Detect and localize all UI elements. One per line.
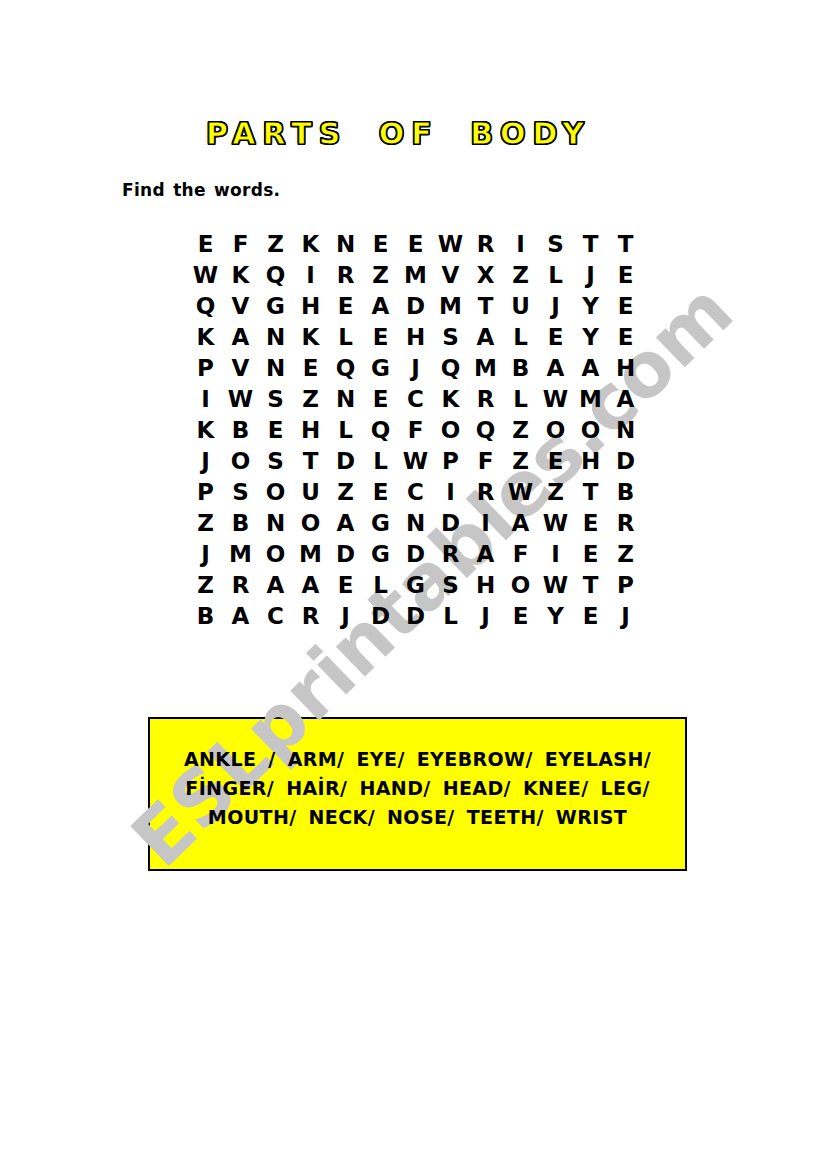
grid-cell-r3c4[interactable]: H: [293, 291, 328, 322]
grid-cell-r1c9[interactable]: R: [468, 229, 503, 260]
grid-cell-r8c2[interactable]: O: [223, 446, 258, 477]
grid-cell-r9c11[interactable]: Z: [538, 477, 573, 508]
grid-cell-r10c12[interactable]: E: [573, 508, 608, 539]
grid-cell-r10c1[interactable]: Z: [188, 508, 223, 539]
grid-cell-r8c12[interactable]: H: [573, 446, 608, 477]
grid-cell-r11c2[interactable]: M: [223, 539, 258, 570]
grid-cell-r1c8[interactable]: W: [433, 229, 468, 260]
grid-cell-r13c10[interactable]: E: [503, 601, 538, 632]
grid-cell-r10c5[interactable]: A: [328, 508, 363, 539]
grid-cell-r3c1[interactable]: Q: [188, 291, 223, 322]
grid-cell-r6c7[interactable]: C: [398, 384, 433, 415]
grid-cell-r9c8[interactable]: I: [433, 477, 468, 508]
grid-cell-r2c9[interactable]: X: [468, 260, 503, 291]
grid-cell-r10c2[interactable]: B: [223, 508, 258, 539]
grid-cell-r4c13[interactable]: E: [608, 322, 643, 353]
grid-cell-r3c11[interactable]: J: [538, 291, 573, 322]
grid-cell-r13c5[interactable]: J: [328, 601, 363, 632]
grid-cell-r9c7[interactable]: C: [398, 477, 433, 508]
grid-cell-r3c6[interactable]: A: [363, 291, 398, 322]
word-list: ANKLE / ARM/ EYE/ EYEBROW/ EYELASH/ FİNG…: [150, 719, 685, 832]
grid-cell-r5c7[interactable]: J: [398, 353, 433, 384]
grid-cell-r10c11[interactable]: W: [538, 508, 573, 539]
grid-cell-r6c4[interactable]: Z: [293, 384, 328, 415]
grid-cell-r1c2[interactable]: F: [223, 229, 258, 260]
grid-cell-r8c3[interactable]: S: [258, 446, 293, 477]
grid-cell-r12c7[interactable]: G: [398, 570, 433, 601]
grid-cell-r9c6[interactable]: E: [363, 477, 398, 508]
grid-cell-r4c8[interactable]: S: [433, 322, 468, 353]
grid-cell-r7c3[interactable]: E: [258, 415, 293, 446]
word-search-grid: EFZKNEEWRISTTWKQIRZMVXZLJEQVGHEADMTUJYEK…: [188, 229, 643, 632]
grid-cell-r8c11[interactable]: E: [538, 446, 573, 477]
grid-cell-r7c10[interactable]: Z: [503, 415, 538, 446]
worksheet-title: PARTS OF BODY: [0, 116, 797, 151]
grid-cell-r8c8[interactable]: P: [433, 446, 468, 477]
grid-cell-r9c10[interactable]: W: [503, 477, 538, 508]
grid-cell-r9c4[interactable]: U: [293, 477, 328, 508]
grid-cell-r2c3[interactable]: Q: [258, 260, 293, 291]
grid-cell-r1c10[interactable]: I: [503, 229, 538, 260]
grid-cell-r7c6[interactable]: Q: [363, 415, 398, 446]
grid-cell-r12c1[interactable]: Z: [188, 570, 223, 601]
grid-cell-r11c3[interactable]: O: [258, 539, 293, 570]
grid-cell-r3c12[interactable]: Y: [573, 291, 608, 322]
grid-cell-r2c8[interactable]: V: [433, 260, 468, 291]
grid-cell-r11c9[interactable]: A: [468, 539, 503, 570]
grid-cell-r11c6[interactable]: G: [363, 539, 398, 570]
grid-cell-r5c12[interactable]: A: [573, 353, 608, 384]
grid-cell-r10c6[interactable]: G: [363, 508, 398, 539]
grid-cell-r8c7[interactable]: W: [398, 446, 433, 477]
grid-cell-r8c4[interactable]: T: [293, 446, 328, 477]
grid-cell-r7c8[interactable]: O: [433, 415, 468, 446]
grid-cell-r13c8[interactable]: L: [433, 601, 468, 632]
grid-cell-r10c4[interactable]: O: [293, 508, 328, 539]
grid-cell-r9c1[interactable]: P: [188, 477, 223, 508]
grid-cell-r11c5[interactable]: D: [328, 539, 363, 570]
grid-cell-r13c12[interactable]: E: [573, 601, 608, 632]
grid-cell-r3c10[interactable]: U: [503, 291, 538, 322]
grid-cell-r12c13[interactable]: P: [608, 570, 643, 601]
word-list-line-1: ANKLE / ARM/ EYE/ EYEBROW/ EYELASH/: [150, 745, 685, 774]
grid-cell-r4c12[interactable]: Y: [573, 322, 608, 353]
grid-cell-r11c7[interactable]: D: [398, 539, 433, 570]
grid-cell-r9c13[interactable]: B: [608, 477, 643, 508]
grid-cell-r4c2[interactable]: A: [223, 322, 258, 353]
grid-cell-r2c4[interactable]: I: [293, 260, 328, 291]
grid-cell-r2c1[interactable]: W: [188, 260, 223, 291]
grid-cell-r12c8[interactable]: S: [433, 570, 468, 601]
grid-cell-r5c3[interactable]: N: [258, 353, 293, 384]
grid-cell-r5c4[interactable]: E: [293, 353, 328, 384]
grid-cell-r9c2[interactable]: S: [223, 477, 258, 508]
grid-cell-r1c7[interactable]: E: [398, 229, 433, 260]
grid-cell-r11c4[interactable]: M: [293, 539, 328, 570]
grid-cell-r6c1[interactable]: I: [188, 384, 223, 415]
grid-cell-r6c11[interactable]: W: [538, 384, 573, 415]
grid-cell-r7c5[interactable]: L: [328, 415, 363, 446]
instruction-text: Find the words.: [122, 180, 280, 200]
grid-cell-r8c6[interactable]: L: [363, 446, 398, 477]
grid-cell-r11c11[interactable]: I: [538, 539, 573, 570]
grid-cell-r1c4[interactable]: K: [293, 229, 328, 260]
grid-cell-r9c3[interactable]: O: [258, 477, 293, 508]
grid-cell-r3c8[interactable]: M: [433, 291, 468, 322]
grid-cell-r13c1[interactable]: B: [188, 601, 223, 632]
grid-cell-r11c1[interactable]: J: [188, 539, 223, 570]
grid-cell-r9c12[interactable]: T: [573, 477, 608, 508]
grid-cell-r9c9[interactable]: R: [468, 477, 503, 508]
grid-cell-r7c9[interactable]: Q: [468, 415, 503, 446]
grid-cell-r2c10[interactable]: Z: [503, 260, 538, 291]
grid-cell-r6c6[interactable]: E: [363, 384, 398, 415]
grid-cell-r4c1[interactable]: K: [188, 322, 223, 353]
word-list-line-3: MOUTH/ NECK/ NOSE/ TEETH/ WRIST: [150, 803, 685, 832]
grid-cell-r13c13[interactable]: J: [608, 601, 643, 632]
grid-cell-r13c3[interactable]: C: [258, 601, 293, 632]
grid-cell-r4c3[interactable]: N: [258, 322, 293, 353]
grid-cell-r12c4[interactable]: A: [293, 570, 328, 601]
grid-cell-r6c13[interactable]: A: [608, 384, 643, 415]
grid-cell-r5c5[interactable]: Q: [328, 353, 363, 384]
grid-cell-r4c11[interactable]: E: [538, 322, 573, 353]
grid-cell-r3c9[interactable]: T: [468, 291, 503, 322]
grid-cell-r4c7[interactable]: H: [398, 322, 433, 353]
grid-cell-r1c1[interactable]: E: [188, 229, 223, 260]
grid-cell-r13c11[interactable]: Y: [538, 601, 573, 632]
grid-cell-r12c11[interactable]: W: [538, 570, 573, 601]
grid-cell-r6c2[interactable]: W: [223, 384, 258, 415]
grid-cell-r2c13[interactable]: E: [608, 260, 643, 291]
grid-cell-r3c7[interactable]: D: [398, 291, 433, 322]
grid-cell-r11c8[interactable]: R: [433, 539, 468, 570]
grid-cell-r6c12[interactable]: M: [573, 384, 608, 415]
grid-cell-r2c6[interactable]: Z: [363, 260, 398, 291]
grid-cell-r5c9[interactable]: M: [468, 353, 503, 384]
grid-cell-r12c2[interactable]: R: [223, 570, 258, 601]
grid-cell-r1c13[interactable]: T: [608, 229, 643, 260]
grid-cell-r4c6[interactable]: E: [363, 322, 398, 353]
grid-cell-r10c8[interactable]: D: [433, 508, 468, 539]
grid-cell-r12c3[interactable]: A: [258, 570, 293, 601]
word-list-box: ANKLE / ARM/ EYE/ EYEBROW/ EYELASH/ FİNG…: [148, 717, 687, 871]
grid-cell-r10c7[interactable]: N: [398, 508, 433, 539]
grid-cell-r10c9[interactable]: I: [468, 508, 503, 539]
grid-cell-r12c9[interactable]: H: [468, 570, 503, 601]
grid-cell-r5c11[interactable]: A: [538, 353, 573, 384]
grid-cell-r2c11[interactable]: L: [538, 260, 573, 291]
grid-cell-r7c4[interactable]: H: [293, 415, 328, 446]
grid-cell-r11c12[interactable]: E: [573, 539, 608, 570]
grid-cell-r1c12[interactable]: T: [573, 229, 608, 260]
grid-cell-r7c13[interactable]: N: [608, 415, 643, 446]
grid-cell-r2c2[interactable]: K: [223, 260, 258, 291]
grid-cell-r12c5[interactable]: E: [328, 570, 363, 601]
grid-cell-r2c7[interactable]: M: [398, 260, 433, 291]
grid-cell-r7c2[interactable]: B: [223, 415, 258, 446]
grid-cell-r6c5[interactable]: N: [328, 384, 363, 415]
grid-cell-r5c2[interactable]: V: [223, 353, 258, 384]
grid-cell-r9c5[interactable]: Z: [328, 477, 363, 508]
grid-cell-r13c6[interactable]: D: [363, 601, 398, 632]
grid-cell-r2c5[interactable]: R: [328, 260, 363, 291]
grid-cell-r13c2[interactable]: A: [223, 601, 258, 632]
grid-cell-r4c10[interactable]: L: [503, 322, 538, 353]
grid-cell-r5c8[interactable]: Q: [433, 353, 468, 384]
worksheet-page: PARTS OF BODY Find the words. ANKLE / AR…: [0, 0, 821, 1169]
grid-cell-r8c10[interactable]: Z: [503, 446, 538, 477]
grid-cell-r3c3[interactable]: G: [258, 291, 293, 322]
grid-cell-r2c12[interactable]: J: [573, 260, 608, 291]
grid-cell-r6c10[interactable]: L: [503, 384, 538, 415]
grid-cell-r8c1[interactable]: J: [188, 446, 223, 477]
grid-cell-r6c8[interactable]: K: [433, 384, 468, 415]
grid-cell-r7c12[interactable]: O: [573, 415, 608, 446]
grid-cell-r6c9[interactable]: R: [468, 384, 503, 415]
grid-cell-r8c9[interactable]: F: [468, 446, 503, 477]
grid-cell-r4c9[interactable]: A: [468, 322, 503, 353]
grid-cell-r3c2[interactable]: V: [223, 291, 258, 322]
grid-cell-r12c12[interactable]: T: [573, 570, 608, 601]
grid-cell-r11c10[interactable]: F: [503, 539, 538, 570]
grid-cell-r5c6[interactable]: G: [363, 353, 398, 384]
grid-cell-r12c6[interactable]: L: [363, 570, 398, 601]
grid-cell-r5c10[interactable]: B: [503, 353, 538, 384]
grid-cell-r12c10[interactable]: O: [503, 570, 538, 601]
grid-cell-r5c13[interactable]: H: [608, 353, 643, 384]
grid-cell-r10c3[interactable]: N: [258, 508, 293, 539]
grid-cell-r6c3[interactable]: S: [258, 384, 293, 415]
grid-cell-r13c4[interactable]: R: [293, 601, 328, 632]
grid-cell-r13c7[interactable]: D: [398, 601, 433, 632]
grid-cell-r10c10[interactable]: A: [503, 508, 538, 539]
grid-cell-r11c13[interactable]: Z: [608, 539, 643, 570]
grid-cell-r7c7[interactable]: F: [398, 415, 433, 446]
grid-cell-r7c1[interactable]: K: [188, 415, 223, 446]
grid-cell-r1c6[interactable]: E: [363, 229, 398, 260]
grid-cell-r3c5[interactable]: E: [328, 291, 363, 322]
grid-cell-r13c9[interactable]: J: [468, 601, 503, 632]
grid-cell-r8c13[interactable]: D: [608, 446, 643, 477]
grid-cell-r5c1[interactable]: P: [188, 353, 223, 384]
grid-cell-r4c4[interactable]: K: [293, 322, 328, 353]
grid-cell-r1c3[interactable]: Z: [258, 229, 293, 260]
grid-cell-r4c5[interactable]: L: [328, 322, 363, 353]
grid-cell-r1c5[interactable]: N: [328, 229, 363, 260]
grid-cell-r8c5[interactable]: D: [328, 446, 363, 477]
grid-cell-r3c13[interactable]: E: [608, 291, 643, 322]
grid-cell-r7c11[interactable]: O: [538, 415, 573, 446]
grid-cell-r1c11[interactable]: S: [538, 229, 573, 260]
grid-cell-r10c13[interactable]: R: [608, 508, 643, 539]
word-list-line-2: FİNGER/ HAİR/ HAND/ HEAD/ KNEE/ LEG/: [150, 774, 685, 803]
